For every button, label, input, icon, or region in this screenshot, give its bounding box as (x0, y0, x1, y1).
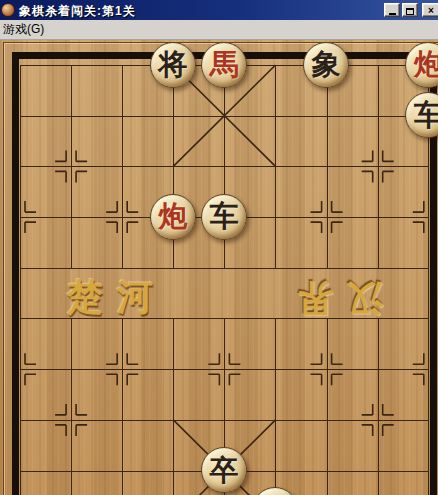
window-icon (1, 3, 15, 17)
window-title: 象棋杀着闯关:第1关 (19, 3, 136, 20)
board-cell (173, 116, 224, 167)
board-cell (378, 318, 429, 369)
board-cell (122, 369, 173, 420)
piece-red-炮[interactable]: 炮 (405, 42, 438, 88)
board-cell (378, 369, 429, 420)
river-label-han-jie: 汉界 (283, 273, 383, 322)
board-cell (122, 318, 173, 369)
menu-item-game[interactable]: 游戏(G) (0, 20, 50, 40)
board-cell (122, 420, 173, 471)
board-cell (20, 318, 71, 369)
board-cell (20, 369, 71, 420)
board-cell (173, 318, 224, 369)
close-button[interactable]: × (422, 3, 438, 17)
board-cell (378, 166, 429, 217)
river-label-chu-he: 楚河 (67, 273, 167, 322)
board-cell (20, 268, 71, 319)
piece-black-车[interactable]: 车 (201, 194, 247, 240)
piece-black-将[interactable]: 将 (150, 42, 196, 88)
piece-red-炮[interactable]: 炮 (150, 194, 196, 240)
maximize-button[interactable] (402, 3, 418, 17)
board-cell (224, 268, 275, 319)
board-cell (378, 217, 429, 268)
title-bar[interactable]: 象棋杀着闯关:第1关 × (0, 0, 438, 20)
board-cell (71, 471, 122, 495)
board-cell (378, 268, 429, 319)
board-cell (275, 369, 326, 420)
board-cell (71, 116, 122, 167)
piece-black-卒[interactable]: 卒 (201, 447, 247, 493)
board-cell (20, 420, 71, 471)
minimize-icon (389, 13, 396, 15)
board-cell (71, 217, 122, 268)
piece-red-馬[interactable]: 馬 (201, 42, 247, 88)
board-cell (20, 116, 71, 167)
app-window: 象棋杀着闯关:第1关 × 游戏(G) 楚河 汉界 将馬象炮车炮车卒 (0, 0, 438, 495)
board-cell (20, 471, 71, 495)
board-cell (71, 166, 122, 217)
board-cell (275, 217, 326, 268)
board-cell (71, 318, 122, 369)
board-cell (71, 369, 122, 420)
board-cell (224, 318, 275, 369)
board-cell (327, 471, 378, 495)
board-cell (122, 471, 173, 495)
board-cell (327, 420, 378, 471)
board-cell (20, 166, 71, 217)
board-cell (378, 420, 429, 471)
piece-black-象[interactable]: 象 (303, 42, 349, 88)
board-cell (20, 217, 71, 268)
maximize-icon (406, 8, 414, 15)
board-cell (327, 116, 378, 167)
board-cell (327, 166, 378, 217)
board-cell (327, 217, 378, 268)
board-cell (275, 318, 326, 369)
board-cell (224, 369, 275, 420)
board-cell (71, 420, 122, 471)
board-cell (275, 166, 326, 217)
board-cell (173, 268, 224, 319)
board-cell (122, 116, 173, 167)
board-cell (71, 65, 122, 116)
board-cell (327, 318, 378, 369)
board-cell (224, 116, 275, 167)
xiangqi-board[interactable]: 楚河 汉界 将馬象炮车炮车卒 (0, 40, 438, 495)
board-cell (275, 420, 326, 471)
board-cell (173, 369, 224, 420)
board-cell (327, 369, 378, 420)
close-icon: × (428, 5, 434, 16)
minimize-button[interactable] (384, 3, 400, 17)
menu-bar: 游戏(G) (0, 20, 438, 40)
board-cell (20, 65, 71, 116)
board-cell (275, 116, 326, 167)
board-cell (378, 471, 429, 495)
